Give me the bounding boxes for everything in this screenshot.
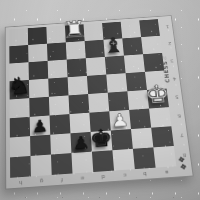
square-d5 <box>88 93 109 113</box>
square-a5 <box>147 89 169 109</box>
square-e5 <box>69 94 90 114</box>
square-e1 <box>65 24 85 42</box>
file-label-f: f <box>61 177 63 183</box>
square-f5 <box>49 95 70 115</box>
square-e3 <box>67 58 87 77</box>
square-a1 <box>139 19 160 37</box>
rank-label-6: 6 <box>177 113 181 118</box>
square-f2 <box>47 42 67 61</box>
square-f6 <box>50 114 71 135</box>
knight-logo-icon: ♘ <box>160 53 168 61</box>
square-e4 <box>68 76 89 96</box>
square-f3 <box>48 60 68 79</box>
square-e8 <box>71 152 93 174</box>
square-d1 <box>84 23 104 41</box>
square-b6 <box>129 109 151 130</box>
rank-label-2: 2 <box>167 41 171 46</box>
square-g8 <box>30 155 51 177</box>
rank-label-1: 1 <box>165 24 169 29</box>
square-c7 <box>111 129 133 150</box>
file-label-h: h <box>19 180 23 186</box>
square-g1 <box>28 27 47 45</box>
square-c4 <box>106 73 127 92</box>
file-label-e: e <box>81 176 85 182</box>
square-h3 <box>9 62 28 81</box>
photo-scene: ♜♝♞♚♟♟♟♚ hgfedcba 12345678 CHESS♘ ❖❖ <box>0 0 200 200</box>
file-label-g: g <box>40 178 44 184</box>
square-c8 <box>112 149 134 171</box>
file-label-d: d <box>102 174 106 180</box>
square-g7 <box>30 135 51 156</box>
square-h8 <box>10 156 31 178</box>
square-h5 <box>10 98 30 118</box>
square-h2 <box>9 45 28 64</box>
square-e2 <box>66 41 86 60</box>
square-f7 <box>50 133 71 154</box>
square-h7 <box>10 136 31 157</box>
square-a6 <box>149 107 171 128</box>
file-label-c: c <box>123 173 127 179</box>
square-d3 <box>86 57 107 76</box>
square-f1 <box>46 26 65 44</box>
square-b3 <box>124 54 145 73</box>
square-b1 <box>121 20 141 38</box>
rank-label-5: 5 <box>174 95 178 100</box>
square-d7 <box>91 130 113 151</box>
square-c1 <box>102 22 122 40</box>
square-c2 <box>103 38 123 56</box>
square-h4 <box>10 80 30 100</box>
square-b5 <box>127 90 149 110</box>
square-d6 <box>89 111 110 132</box>
square-f8 <box>51 153 73 175</box>
square-g3 <box>29 61 49 80</box>
square-h1 <box>9 28 28 46</box>
rank-label-7: 7 <box>179 133 183 139</box>
square-g6 <box>30 115 51 136</box>
corner-logo-icon: ❖ <box>179 163 188 171</box>
square-b8 <box>133 147 156 169</box>
file-label-a: a <box>165 170 169 176</box>
square-b7 <box>131 128 153 149</box>
file-label-b: b <box>143 171 147 177</box>
square-c5 <box>108 91 129 111</box>
square-e7 <box>70 132 91 153</box>
square-d4 <box>87 75 108 95</box>
square-d8 <box>92 150 114 172</box>
board-grid <box>9 19 176 178</box>
square-a7 <box>151 126 174 147</box>
square-f4 <box>48 77 68 97</box>
rank-label-3: 3 <box>170 59 174 64</box>
chessboard: ♜♝♞♚♟♟♟♚ hgfedcba 12345678 CHESS♘ ❖❖ <box>5 15 194 189</box>
rank-label-4: 4 <box>172 76 176 81</box>
square-d2 <box>85 40 105 58</box>
brand-label: CHESS <box>161 61 170 83</box>
square-e6 <box>69 113 90 134</box>
square-b2 <box>122 37 143 55</box>
square-c3 <box>105 56 126 75</box>
square-b4 <box>126 72 147 91</box>
square-g5 <box>29 97 49 117</box>
square-g4 <box>29 79 49 99</box>
square-g2 <box>28 44 47 63</box>
square-a8 <box>153 146 176 168</box>
square-a2 <box>141 36 162 54</box>
square-h6 <box>10 117 30 138</box>
square-c6 <box>109 110 131 131</box>
